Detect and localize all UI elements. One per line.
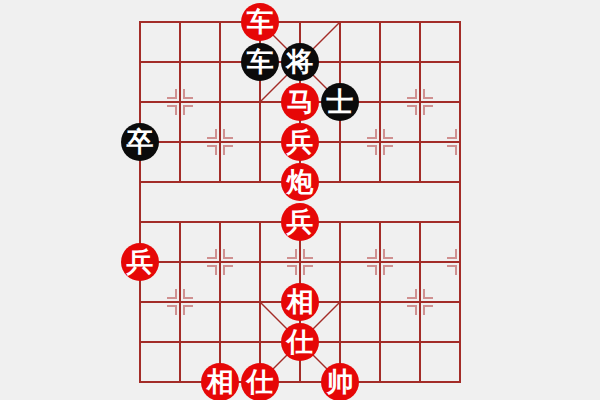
piece-glyph: 士 [327,89,354,116]
piece-glyph: 卒 [127,129,154,156]
piece-red-chariot[interactable]: 车 [241,3,279,41]
piece-glyph: 仕 [247,369,274,396]
piece-red-horse[interactable]: 马 [281,83,319,121]
piece-red-soldier[interactable]: 兵 [281,203,319,241]
piece-glyph: 仕 [287,329,314,356]
piece-red-advisor[interactable]: 仕 [281,323,319,361]
piece-red-cannon[interactable]: 炮 [281,163,319,201]
piece-red-soldier[interactable]: 兵 [121,243,159,281]
piece-glyph: 马 [287,89,314,116]
piece-glyph: 兵 [287,209,314,236]
piece-red-elephant[interactable]: 相 [201,363,239,400]
piece-glyph: 兵 [287,129,314,156]
piece-black-soldier[interactable]: 卒 [121,123,159,161]
piece-red-general[interactable]: 帅 [321,363,359,400]
piece-layer: 车车将马士卒兵炮兵兵相仕相仕帅 [120,2,480,400]
piece-glyph: 车 [247,49,274,76]
piece-glyph: 帅 [327,369,354,396]
piece-glyph: 相 [207,369,234,396]
piece-red-soldier[interactable]: 兵 [281,123,319,161]
piece-glyph: 相 [287,289,314,316]
piece-red-advisor[interactable]: 仕 [241,363,279,400]
piece-red-elephant[interactable]: 相 [281,283,319,321]
piece-glyph: 炮 [287,169,314,196]
piece-black-advisor[interactable]: 士 [321,83,359,121]
piece-glyph: 将 [287,49,314,76]
piece-black-chariot[interactable]: 车 [241,43,279,81]
piece-glyph: 兵 [127,249,154,276]
xiangqi-board: 车车将马士卒兵炮兵兵相仕相仕帅 [0,0,600,400]
piece-glyph: 车 [247,9,274,36]
piece-black-general[interactable]: 将 [281,43,319,81]
